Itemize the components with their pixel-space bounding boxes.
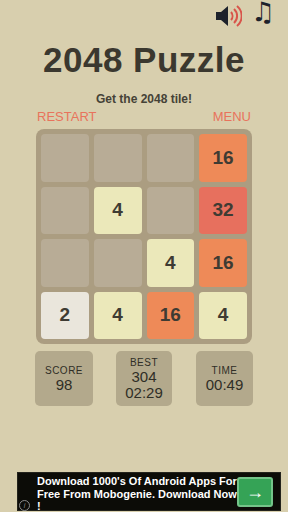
ad-text: Download 1000's Of Android Apps For Free… xyxy=(37,475,237,512)
tile-4: 4 xyxy=(94,292,142,340)
tile-16: 16 xyxy=(199,134,247,182)
best-score-value: 304 xyxy=(131,369,156,385)
ad-text-line3: ! xyxy=(37,500,237,512)
empty-cell xyxy=(147,187,195,235)
ad-info-icon[interactable]: i xyxy=(19,500,30,511)
best-box: BEST 304 02:29 xyxy=(116,351,172,406)
time-value: 00:49 xyxy=(206,377,244,393)
empty-cell xyxy=(41,239,89,287)
tile-16: 16 xyxy=(147,292,195,340)
nav-row: RESTART MENU xyxy=(36,109,252,127)
tile-16: 16 xyxy=(199,239,247,287)
page-title: 2048 Puzzle xyxy=(0,40,288,80)
time-box: TIME 00:49 xyxy=(196,351,253,406)
restart-button[interactable]: RESTART xyxy=(37,109,96,124)
empty-cell xyxy=(147,134,195,182)
tile-4: 4 xyxy=(147,239,195,287)
empty-cell xyxy=(41,134,89,182)
page-subtitle: Get the 2048 tile! xyxy=(0,92,288,106)
tile-4: 4 xyxy=(94,187,142,235)
ad-text-line1: Download 1000's Of Android Apps For xyxy=(37,475,237,488)
arrow-right-icon: → xyxy=(246,482,264,503)
score-box: SCORE 98 xyxy=(35,351,93,406)
sound-toggle-button[interactable] xyxy=(214,4,242,28)
tile-2: 2 xyxy=(41,292,89,340)
ad-banner[interactable]: Download 1000's Of Android Apps For Free… xyxy=(17,472,281,511)
empty-cell xyxy=(94,239,142,287)
empty-cell xyxy=(94,134,142,182)
score-value: 98 xyxy=(56,377,73,393)
tile-32: 32 xyxy=(199,187,247,235)
speaker-icon xyxy=(214,4,242,28)
tile-4: 4 xyxy=(199,292,247,340)
music-note-icon[interactable]: ♫ xyxy=(248,0,278,28)
menu-button[interactable]: MENU xyxy=(213,109,251,124)
ad-download-button[interactable]: → xyxy=(237,477,273,507)
top-bar: ♫ xyxy=(0,0,288,30)
empty-cell xyxy=(41,187,89,235)
ad-text-line2: Free From Mobogenie. Download Now xyxy=(37,488,237,501)
board[interactable]: 1643241624164 xyxy=(36,129,252,344)
best-time-value: 02:29 xyxy=(125,385,163,401)
